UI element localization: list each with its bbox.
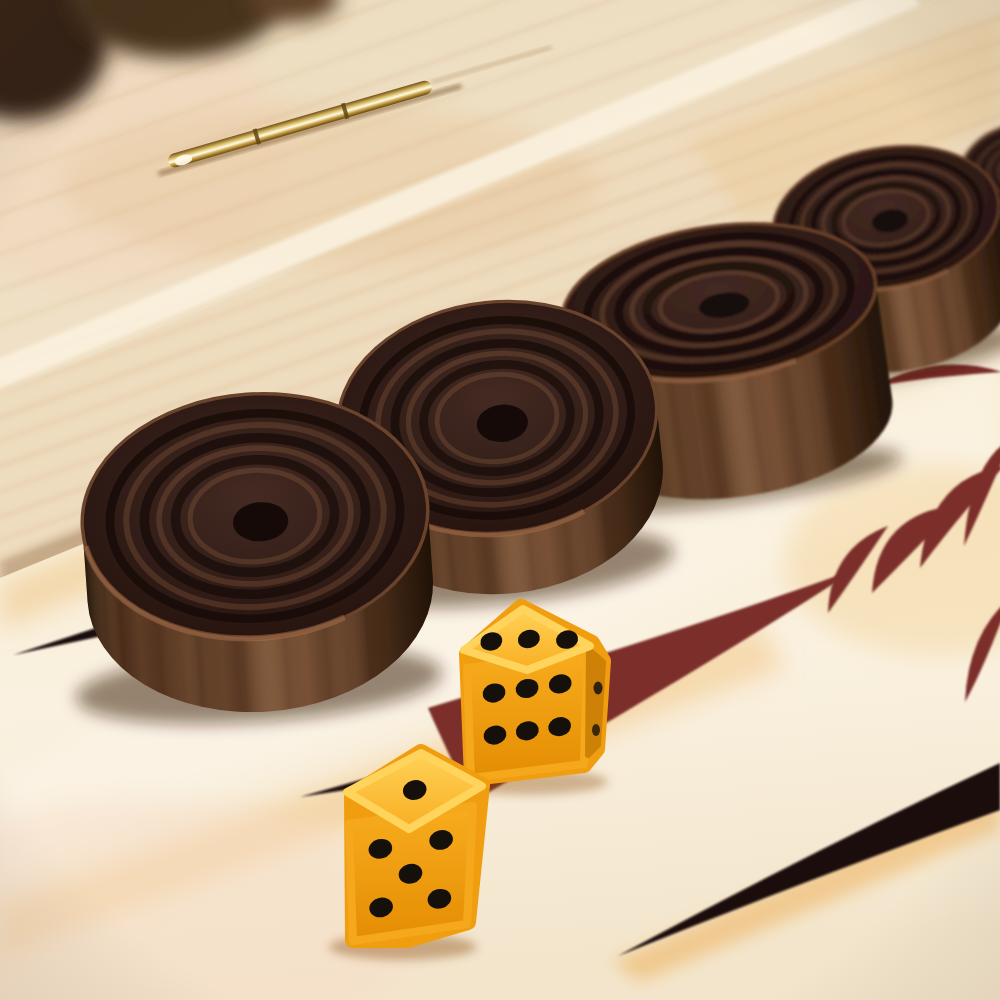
vignette bbox=[0, 0, 1000, 1000]
backgammon-photo-scene bbox=[0, 0, 1000, 1000]
